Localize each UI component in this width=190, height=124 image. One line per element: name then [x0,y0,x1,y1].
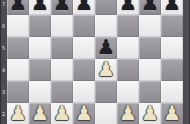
white-pawn-g2[interactable]: ♟ [141,102,159,124]
square-a6[interactable] [7,15,29,37]
square-f4[interactable] [117,59,139,81]
black-pawn-h7[interactable]: ♟ [163,0,181,14]
rank-label-2: 2 [0,103,7,124]
square-a2[interactable]: ♟ [7,103,29,124]
square-f7[interactable]: ♟ [117,0,139,15]
square-g4[interactable] [139,59,161,81]
square-f5[interactable] [117,37,139,59]
rank-label-7: 7 [0,0,7,15]
white-pawn-f2[interactable]: ♟ [119,102,137,124]
square-c5[interactable] [51,37,73,59]
black-pawn-c7[interactable]: ♟ [53,0,71,14]
rank-label-6: 6 [0,15,7,37]
square-h3[interactable] [161,81,183,103]
square-d5[interactable] [73,37,95,59]
square-c4[interactable] [51,59,73,81]
white-pawn-h2[interactable]: ♟ [163,102,181,124]
square-a7[interactable]: ♟ [7,0,29,15]
square-c7[interactable]: ♟ [51,0,73,15]
square-a3[interactable] [7,81,29,103]
square-f3[interactable] [117,81,139,103]
black-pawn-g7[interactable]: ♟ [141,0,159,14]
square-b6[interactable] [29,15,51,37]
square-e4[interactable]: ♟ [95,59,117,81]
square-b2[interactable]: ♟ [29,103,51,124]
square-b3[interactable] [29,81,51,103]
square-c6[interactable] [51,15,73,37]
black-pawn-f7[interactable]: ♟ [119,0,137,14]
square-e7[interactable] [95,0,117,15]
white-pawn-c2[interactable]: ♟ [53,102,71,124]
square-g6[interactable] [139,15,161,37]
square-h2[interactable]: ♟ [161,103,183,124]
square-f6[interactable] [117,15,139,37]
white-pawn-e4[interactable]: ♟ [97,58,115,80]
black-pawn-e5[interactable]: ♟ [97,36,115,58]
chess-board-screenshot: ♟♟♟♟♟♟♟♟♟♟♟♟♟♟♟♟ 765432 [0,0,190,124]
black-pawn-a7[interactable]: ♟ [9,0,27,14]
square-d6[interactable] [73,15,95,37]
square-b5[interactable] [29,37,51,59]
square-b4[interactable] [29,59,51,81]
black-pawn-b7[interactable]: ♟ [31,0,49,14]
square-c2[interactable]: ♟ [51,103,73,124]
rank-label-5: 5 [0,37,7,59]
square-g2[interactable]: ♟ [139,103,161,124]
square-a4[interactable] [7,59,29,81]
square-h5[interactable] [161,37,183,59]
chess-board: ♟♟♟♟♟♟♟♟♟♟♟♟♟♟♟♟ [7,0,183,124]
black-pawn-d7[interactable]: ♟ [75,0,93,14]
square-e3[interactable] [95,81,117,103]
rank-label-3: 3 [0,81,7,103]
square-d4[interactable] [73,59,95,81]
square-d2[interactable]: ♟ [73,103,95,124]
square-g5[interactable] [139,37,161,59]
rank-label-4: 4 [0,59,7,81]
square-c3[interactable] [51,81,73,103]
white-pawn-b2[interactable]: ♟ [31,102,49,124]
square-g3[interactable] [139,81,161,103]
square-e6[interactable] [95,15,117,37]
square-h4[interactable] [161,59,183,81]
square-d7[interactable]: ♟ [73,0,95,15]
square-h7[interactable]: ♟ [161,0,183,15]
square-b7[interactable]: ♟ [29,0,51,15]
square-a5[interactable] [7,37,29,59]
white-pawn-d2[interactable]: ♟ [75,102,93,124]
square-e2[interactable] [95,103,117,124]
square-g7[interactable]: ♟ [139,0,161,15]
square-h6[interactable] [161,15,183,37]
square-e5[interactable]: ♟ [95,37,117,59]
white-pawn-a2[interactable]: ♟ [9,102,27,124]
square-f2[interactable]: ♟ [117,103,139,124]
square-d3[interactable] [73,81,95,103]
